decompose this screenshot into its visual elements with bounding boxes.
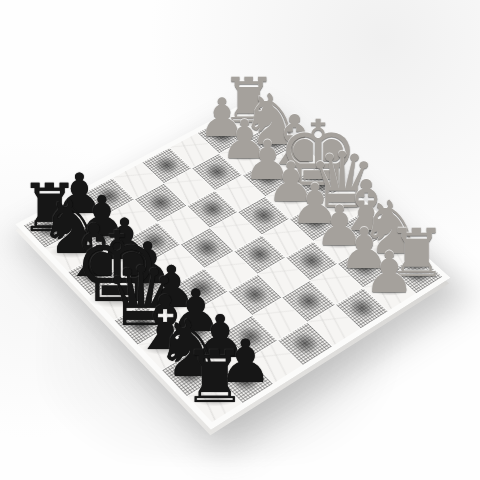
piece-black-rook-a8[interactable]: ♜ [183, 342, 247, 413]
scene: ♜♟♞♟♝♟♚♟♛♟♟♝♜♟♟♞♞♟♟♜♝♟♟♚♟♛♟♝♟♞♟♜ [0, 0, 480, 480]
piece-white-pawn-a2[interactable]: ♟ [364, 244, 415, 301]
